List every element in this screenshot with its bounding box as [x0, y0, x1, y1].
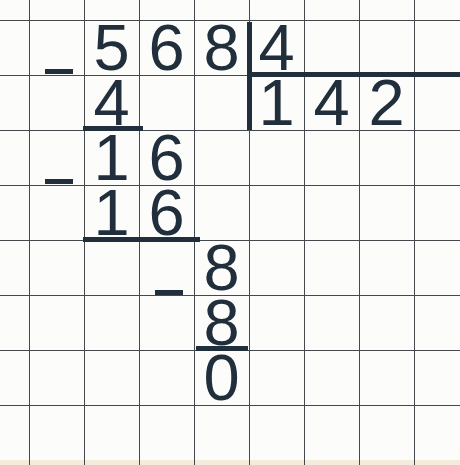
- digit-r1c3-6: 6: [139, 20, 194, 75]
- division-bracket-horizontal-bar: [247, 72, 460, 77]
- digit-r1c4-8: 8: [194, 20, 249, 75]
- digit-r4c3-6: 6: [139, 185, 194, 240]
- digit-r2c6-4: 4: [304, 75, 359, 130]
- digit-r2c7-2: 2: [359, 75, 414, 130]
- minus-sign-step1: [45, 69, 73, 74]
- digit-r2c5-1: 1: [249, 75, 304, 130]
- subtraction-underline-step3: [196, 346, 248, 351]
- digit-r7c4-0: 0: [194, 350, 249, 405]
- subtraction-underline-step2: [83, 237, 200, 242]
- minus-sign-step2: [45, 179, 73, 184]
- long-division-worksheet: 568441421616880: [0, 0, 460, 465]
- ink-layer: 568441421616880: [0, 0, 460, 465]
- subtraction-underline-step1: [83, 126, 143, 131]
- digit-r4c2-1: 1: [84, 185, 139, 240]
- minus-sign-step3: [155, 290, 183, 295]
